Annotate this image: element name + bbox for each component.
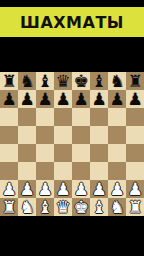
piece-black-pawn: ♟ [1,90,16,108]
square-d8[interactable]: ♛ [54,72,72,90]
square-h5[interactable] [126,126,144,144]
square-d7[interactable]: ♟ [54,90,72,108]
square-f8[interactable]: ♝ [90,72,108,90]
piece-black-knight: ♞ [109,72,124,90]
square-e2[interactable]: ♟ [72,180,90,198]
piece-white-pawn: ♟ [1,180,16,198]
square-c2[interactable]: ♟ [36,180,54,198]
piece-black-pawn: ♟ [73,90,88,108]
square-e3[interactable] [72,162,90,180]
piece-black-queen: ♛ [55,72,70,90]
piece-black-bishop: ♝ [37,72,52,90]
piece-white-pawn: ♟ [55,180,70,198]
square-d2[interactable]: ♟ [54,180,72,198]
square-h7[interactable]: ♟ [126,90,144,108]
square-h2[interactable]: ♟ [126,180,144,198]
square-g7[interactable]: ♟ [108,90,126,108]
square-c8[interactable]: ♝ [36,72,54,90]
piece-white-bishop: ♝ [37,198,52,216]
piece-black-pawn: ♟ [127,90,142,108]
piece-white-pawn: ♟ [109,180,124,198]
square-e7[interactable]: ♟ [72,90,90,108]
square-g4[interactable] [108,144,126,162]
square-g6[interactable] [108,108,126,126]
square-g3[interactable] [108,162,126,180]
square-f7[interactable]: ♟ [90,90,108,108]
piece-white-queen: ♛ [55,198,70,216]
square-c1[interactable]: ♝ [36,198,54,216]
square-d1[interactable]: ♛ [54,198,72,216]
square-a1[interactable]: ♜ [0,198,18,216]
square-h4[interactable] [126,144,144,162]
chess-board: ♜♞♝♛♚♝♞♜♟♟♟♟♟♟♟♟♟♟♟♟♟♟♟♟♜♞♝♛♚♝♞♜ [0,72,144,216]
square-f4[interactable] [90,144,108,162]
square-e8[interactable]: ♚ [72,72,90,90]
piece-white-pawn: ♟ [73,180,88,198]
piece-white-knight: ♞ [109,198,124,216]
piece-black-pawn: ♟ [19,90,34,108]
square-h8[interactable]: ♜ [126,72,144,90]
piece-black-pawn: ♟ [91,90,106,108]
piece-white-king: ♚ [73,198,88,216]
piece-white-pawn: ♟ [37,180,52,198]
piece-black-bishop: ♝ [91,72,106,90]
square-a4[interactable] [0,144,18,162]
square-a2[interactable]: ♟ [0,180,18,198]
piece-black-king: ♚ [73,72,88,90]
piece-white-pawn: ♟ [19,180,34,198]
square-b1[interactable]: ♞ [18,198,36,216]
square-b6[interactable] [18,108,36,126]
piece-black-pawn: ♟ [55,90,70,108]
square-a8[interactable]: ♜ [0,72,18,90]
square-f1[interactable]: ♝ [90,198,108,216]
square-f3[interactable] [90,162,108,180]
app-title-bar: ШАХМАТЫ [0,7,144,37]
square-e5[interactable] [72,126,90,144]
piece-black-pawn: ♟ [37,90,52,108]
piece-white-pawn: ♟ [91,180,106,198]
square-d3[interactable] [54,162,72,180]
square-a6[interactable] [0,108,18,126]
square-g5[interactable] [108,126,126,144]
square-b7[interactable]: ♟ [18,90,36,108]
square-h6[interactable] [126,108,144,126]
square-c7[interactable]: ♟ [36,90,54,108]
square-g2[interactable]: ♟ [108,180,126,198]
piece-white-pawn: ♟ [127,180,142,198]
piece-white-bishop: ♝ [91,198,106,216]
square-c6[interactable] [36,108,54,126]
square-e4[interactable] [72,144,90,162]
square-a5[interactable] [0,126,18,144]
square-e6[interactable] [72,108,90,126]
square-b4[interactable] [18,144,36,162]
square-e1[interactable]: ♚ [72,198,90,216]
square-d6[interactable] [54,108,72,126]
piece-white-knight: ♞ [19,198,34,216]
square-b2[interactable]: ♟ [18,180,36,198]
piece-white-rook: ♜ [127,198,142,216]
square-h3[interactable] [126,162,144,180]
square-f5[interactable] [90,126,108,144]
app-title: ШАХМАТЫ [20,13,124,32]
square-f2[interactable]: ♟ [90,180,108,198]
square-h1[interactable]: ♜ [126,198,144,216]
piece-black-rook: ♜ [127,72,142,90]
piece-black-rook: ♜ [1,72,16,90]
square-b5[interactable] [18,126,36,144]
piece-black-knight: ♞ [19,72,34,90]
square-d5[interactable] [54,126,72,144]
square-c5[interactable] [36,126,54,144]
square-b3[interactable] [18,162,36,180]
square-a7[interactable]: ♟ [0,90,18,108]
piece-black-pawn: ♟ [109,90,124,108]
piece-white-rook: ♜ [1,198,16,216]
square-c3[interactable] [36,162,54,180]
square-c4[interactable] [36,144,54,162]
square-d4[interactable] [54,144,72,162]
square-a3[interactable] [0,162,18,180]
square-b8[interactable]: ♞ [18,72,36,90]
square-g1[interactable]: ♞ [108,198,126,216]
square-f6[interactable] [90,108,108,126]
square-g8[interactable]: ♞ [108,72,126,90]
